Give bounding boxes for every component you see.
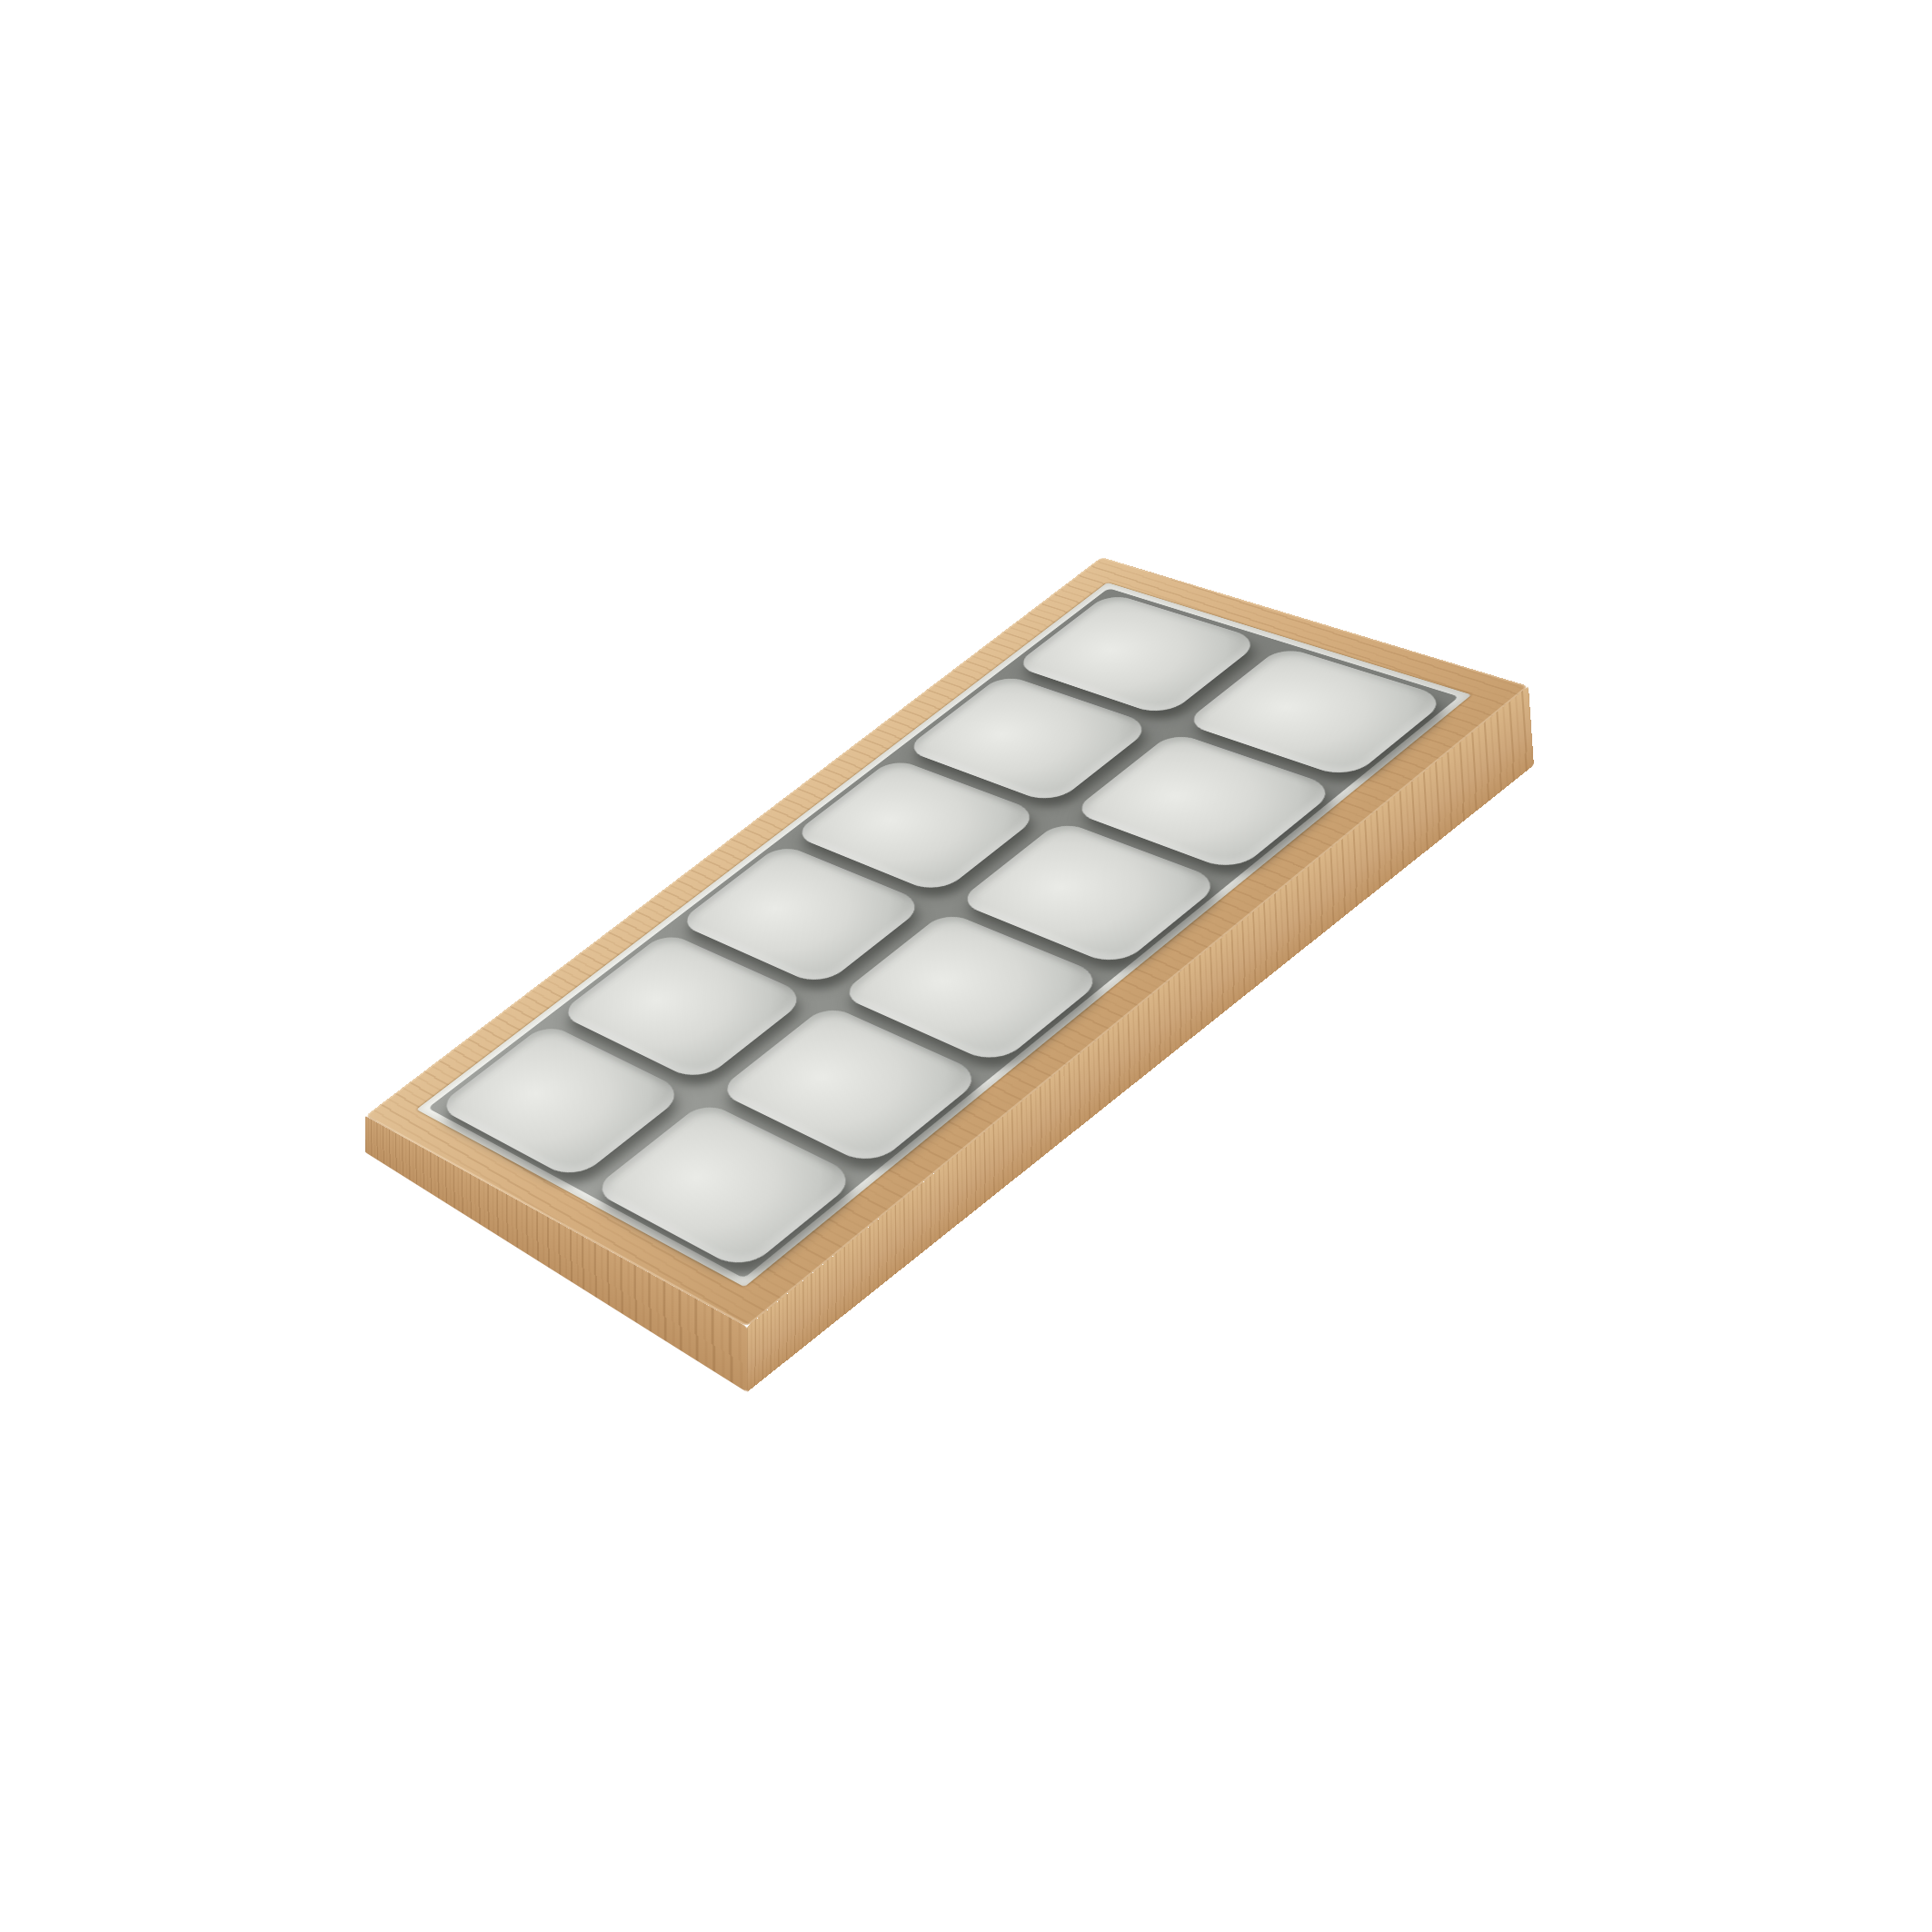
product-photo-scene [0,0,1932,1932]
